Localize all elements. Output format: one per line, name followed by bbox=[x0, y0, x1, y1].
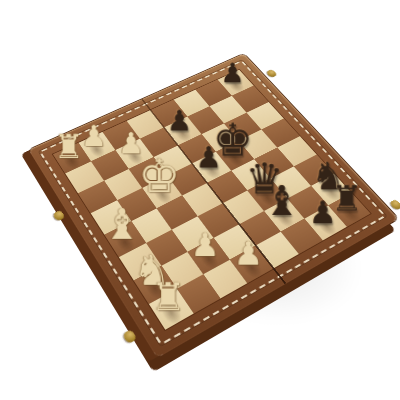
piece-white-rook[interactable]: ♜ bbox=[151, 277, 185, 315]
piece-white-king[interactable]: ♚ bbox=[139, 152, 181, 198]
brass-hinge-icon bbox=[52, 209, 65, 221]
brass-hinge-icon bbox=[122, 329, 137, 344]
piece-white-pawn[interactable]: ♟ bbox=[191, 229, 220, 261]
piece-black-pawn[interactable]: ♟ bbox=[309, 197, 337, 228]
piece-white-rook[interactable]: ♜ bbox=[54, 130, 84, 163]
board-scene: ♟♞♜♟♚♛♝♟♟♟♟♚♟♟♜♝♞♜ bbox=[0, 0, 400, 400]
piece-black-pawn[interactable]: ♟ bbox=[221, 60, 245, 87]
piece-black-pawn[interactable]: ♟ bbox=[167, 107, 193, 135]
piece-white-pawn[interactable]: ♟ bbox=[234, 237, 263, 270]
piece-black-pawn[interactable]: ♟ bbox=[195, 143, 222, 173]
piece-white-bishop[interactable]: ♝ bbox=[103, 203, 141, 245]
brass-clasp-icon bbox=[265, 69, 277, 78]
piece-black-bishop[interactable]: ♝ bbox=[263, 180, 300, 221]
